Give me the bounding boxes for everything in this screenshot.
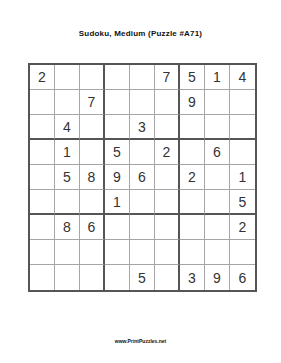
cell-r7c6 [155, 215, 180, 240]
cell-r6c5 [130, 190, 155, 215]
cell-r2c6 [155, 90, 180, 115]
cell-r3c7 [180, 115, 205, 140]
cell-r9c3 [80, 265, 105, 290]
cell-r7c5 [130, 215, 155, 240]
cell-r6c3 [80, 190, 105, 215]
cell-r2c8 [205, 90, 230, 115]
cell-r4c4: 5 [105, 140, 130, 165]
cell-r4c8: 6 [205, 140, 230, 165]
cell-r1c6: 7 [155, 65, 180, 90]
cell-r5c9: 1 [230, 165, 255, 190]
cell-r9c4 [105, 265, 130, 290]
cell-r1c8: 1 [205, 65, 230, 90]
cell-r6c4: 1 [105, 190, 130, 215]
cell-r3c9 [230, 115, 255, 140]
cell-r5c1 [30, 165, 55, 190]
puzzle-title: Sudoku, Medium (Puzzle #A71) [0, 29, 281, 38]
cell-r6c8 [205, 190, 230, 215]
cell-r8c5 [130, 240, 155, 265]
cell-r9c1 [30, 265, 55, 290]
cell-r9c9: 6 [230, 265, 255, 290]
cell-r9c7: 3 [180, 265, 205, 290]
cell-r4c5 [130, 140, 155, 165]
cell-r3c1 [30, 115, 55, 140]
cell-r5c7: 2 [180, 165, 205, 190]
cell-r1c2 [55, 65, 80, 90]
cell-r4c7 [180, 140, 205, 165]
cell-r5c4: 9 [105, 165, 130, 190]
cell-r9c2 [55, 265, 80, 290]
cell-r7c9: 2 [230, 215, 255, 240]
sudoku-grid: 2751479431526589621158625396 [28, 63, 257, 292]
cell-r5c5: 6 [130, 165, 155, 190]
cell-r6c2 [55, 190, 80, 215]
cell-r6c9: 5 [230, 190, 255, 215]
cell-r3c2: 4 [55, 115, 80, 140]
cell-r9c6 [155, 265, 180, 290]
cell-r3c8 [205, 115, 230, 140]
cell-r7c7 [180, 215, 205, 240]
cell-r5c8 [205, 165, 230, 190]
cell-r7c1 [30, 215, 55, 240]
cell-r7c8 [205, 215, 230, 240]
footer-url: www.PrintPuzzles.net [0, 338, 281, 344]
cell-r2c3: 7 [80, 90, 105, 115]
cell-r2c4 [105, 90, 130, 115]
cell-r3c6 [155, 115, 180, 140]
cell-r8c2 [55, 240, 80, 265]
cell-r5c2: 5 [55, 165, 80, 190]
cell-r2c9 [230, 90, 255, 115]
cell-r2c7: 9 [180, 90, 205, 115]
cell-r8c7 [180, 240, 205, 265]
cell-r1c4 [105, 65, 130, 90]
cell-r6c7 [180, 190, 205, 215]
cell-r1c1: 2 [30, 65, 55, 90]
cell-r4c6: 2 [155, 140, 180, 165]
cell-r7c3: 6 [80, 215, 105, 240]
cell-r6c6 [155, 190, 180, 215]
cell-r2c2 [55, 90, 80, 115]
cell-r9c5: 5 [130, 265, 155, 290]
cell-r1c9: 4 [230, 65, 255, 90]
cell-r8c4 [105, 240, 130, 265]
cell-r5c6 [155, 165, 180, 190]
cell-r1c5 [130, 65, 155, 90]
cell-r6c1 [30, 190, 55, 215]
cell-r4c3 [80, 140, 105, 165]
cell-r4c2: 1 [55, 140, 80, 165]
cell-r3c4 [105, 115, 130, 140]
cell-r7c4 [105, 215, 130, 240]
cell-r9c8: 9 [205, 265, 230, 290]
cell-r1c7: 5 [180, 65, 205, 90]
cell-r5c3: 8 [80, 165, 105, 190]
cell-r1c3 [80, 65, 105, 90]
cell-r2c5 [130, 90, 155, 115]
cell-r7c2: 8 [55, 215, 80, 240]
cell-r8c9 [230, 240, 255, 265]
cell-r3c5: 3 [130, 115, 155, 140]
cell-r2c1 [30, 90, 55, 115]
cell-r3c3 [80, 115, 105, 140]
cell-r4c1 [30, 140, 55, 165]
cell-r8c6 [155, 240, 180, 265]
cell-r4c9 [230, 140, 255, 165]
cell-r8c1 [30, 240, 55, 265]
cell-r8c3 [80, 240, 105, 265]
cell-r8c8 [205, 240, 230, 265]
